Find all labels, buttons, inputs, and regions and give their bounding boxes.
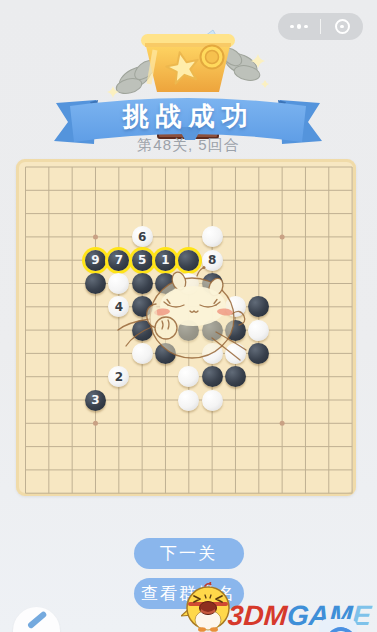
app-screen: 挑战成功 第48关, 5回合 697518423 bbox=[0, 0, 377, 632]
stone-black-move-5: 5 bbox=[132, 250, 153, 271]
stone-black bbox=[202, 366, 223, 387]
stone-black bbox=[225, 320, 246, 341]
stone-black-move-1: 1 bbox=[155, 250, 176, 271]
share-back-button[interactable] bbox=[13, 607, 60, 632]
stone-white bbox=[132, 343, 153, 364]
stone-white bbox=[248, 320, 269, 341]
stone-black-move-9: 9 bbox=[85, 250, 106, 271]
stone-black bbox=[178, 320, 199, 341]
wechat-capsule bbox=[278, 13, 363, 40]
gomoku-board[interactable]: 697518423 bbox=[16, 159, 356, 496]
stone-black bbox=[132, 273, 153, 294]
stone-black bbox=[155, 343, 176, 364]
stone-white bbox=[202, 226, 223, 247]
stone-black bbox=[202, 320, 223, 341]
level-subtitle: 第48关, 5回合 bbox=[0, 136, 377, 155]
stone-white bbox=[225, 343, 246, 364]
stone-white bbox=[202, 390, 223, 411]
stone-black bbox=[155, 273, 176, 294]
stone-white-move-8: 8 bbox=[202, 250, 223, 271]
stone-black bbox=[178, 250, 199, 271]
stone-black-move-7: 7 bbox=[108, 250, 129, 271]
exit-button[interactable] bbox=[321, 13, 363, 40]
stone-white bbox=[202, 343, 223, 364]
stone-black bbox=[132, 296, 153, 317]
watermark-text: 3DM bbox=[227, 600, 288, 631]
stone-black bbox=[202, 273, 223, 294]
more-button[interactable] bbox=[278, 13, 320, 40]
banner-title: 挑战成功 bbox=[0, 99, 377, 134]
next-level-button[interactable]: 下一关 bbox=[134, 538, 244, 569]
stone-black-move-3: 3 bbox=[85, 390, 106, 411]
stone-white-move-6: 6 bbox=[132, 226, 153, 247]
pencil-arrow-icon bbox=[27, 611, 47, 629]
forward-share-button[interactable] bbox=[319, 619, 357, 632]
stone-black bbox=[132, 320, 153, 341]
more-dots-icon bbox=[290, 24, 308, 29]
exit-circle-icon bbox=[335, 19, 350, 34]
stone-black bbox=[85, 273, 106, 294]
circular-arrow-icon bbox=[322, 623, 357, 632]
stone-white bbox=[178, 390, 199, 411]
stone-black bbox=[225, 366, 246, 387]
